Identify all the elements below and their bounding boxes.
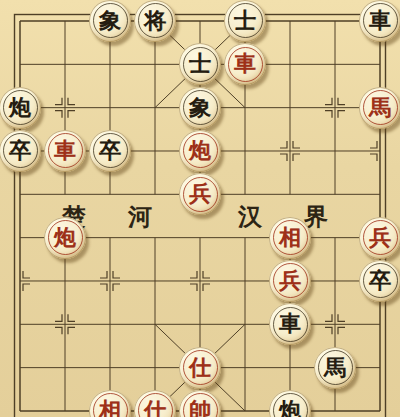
piece-glyph: 馬 (324, 357, 346, 379)
piece-glyph: 将 (144, 10, 166, 32)
piece-black-soldier[interactable]: 卒 (0, 130, 41, 172)
xiangqi-board: 楚河 汉界 象将士車士車炮象馬卒車卒炮兵炮相兵兵卒車仕馬相仕帥炮 (0, 0, 400, 417)
piece-black-soldier[interactable]: 卒 (89, 130, 131, 172)
piece-glyph: 炮 (279, 400, 301, 417)
piece-black-cannon[interactable]: 炮 (0, 87, 41, 129)
piece-black-chariot[interactable]: 車 (269, 303, 311, 345)
piece-glyph: 車 (279, 313, 301, 335)
piece-red-advisor[interactable]: 仕 (179, 347, 221, 389)
piece-glyph: 卒 (369, 270, 391, 292)
piece-red-elephant[interactable]: 相 (269, 217, 311, 259)
piece-black-soldier[interactable]: 卒 (359, 260, 400, 302)
piece-glyph: 象 (189, 97, 211, 119)
piece-glyph: 象 (99, 10, 121, 32)
piece-glyph: 仕 (144, 400, 166, 417)
piece-glyph: 卒 (9, 140, 31, 162)
piece-black-advisor[interactable]: 士 (179, 43, 221, 85)
piece-red-elephant[interactable]: 相 (89, 390, 131, 417)
piece-glyph: 士 (189, 53, 211, 75)
piece-red-chariot[interactable]: 車 (224, 43, 266, 85)
piece-glyph: 士 (234, 10, 256, 32)
piece-glyph: 相 (99, 400, 121, 417)
pieces-layer: 象将士車士車炮象馬卒車卒炮兵炮相兵兵卒車仕馬相仕帥炮 (0, 0, 400, 417)
piece-red-horse[interactable]: 馬 (359, 87, 400, 129)
piece-black-cannon[interactable]: 炮 (269, 390, 311, 417)
piece-red-cannon[interactable]: 炮 (179, 130, 221, 172)
piece-black-general[interactable]: 将 (134, 0, 176, 42)
piece-black-chariot[interactable]: 車 (359, 0, 400, 42)
piece-glyph: 兵 (189, 183, 211, 205)
piece-red-cannon[interactable]: 炮 (44, 217, 86, 259)
piece-glyph: 炮 (9, 97, 31, 119)
piece-red-soldier[interactable]: 兵 (179, 173, 221, 215)
piece-black-elephant[interactable]: 象 (179, 87, 221, 129)
piece-glyph: 仕 (189, 357, 211, 379)
piece-red-general[interactable]: 帥 (179, 390, 221, 417)
piece-black-advisor[interactable]: 士 (224, 0, 266, 42)
piece-glyph: 相 (279, 227, 301, 249)
piece-glyph: 車 (234, 53, 256, 75)
piece-red-advisor[interactable]: 仕 (134, 390, 176, 417)
piece-black-elephant[interactable]: 象 (89, 0, 131, 42)
piece-glyph: 車 (54, 140, 76, 162)
piece-red-soldier[interactable]: 兵 (269, 260, 311, 302)
piece-red-chariot[interactable]: 車 (44, 130, 86, 172)
piece-glyph: 炮 (189, 140, 211, 162)
piece-black-horse[interactable]: 馬 (314, 347, 356, 389)
piece-glyph: 帥 (189, 400, 211, 417)
piece-glyph: 兵 (279, 270, 301, 292)
piece-red-soldier[interactable]: 兵 (359, 217, 400, 259)
piece-glyph: 炮 (54, 227, 76, 249)
piece-glyph: 馬 (369, 97, 391, 119)
piece-glyph: 車 (369, 10, 391, 32)
piece-glyph: 卒 (99, 140, 121, 162)
piece-glyph: 兵 (369, 227, 391, 249)
